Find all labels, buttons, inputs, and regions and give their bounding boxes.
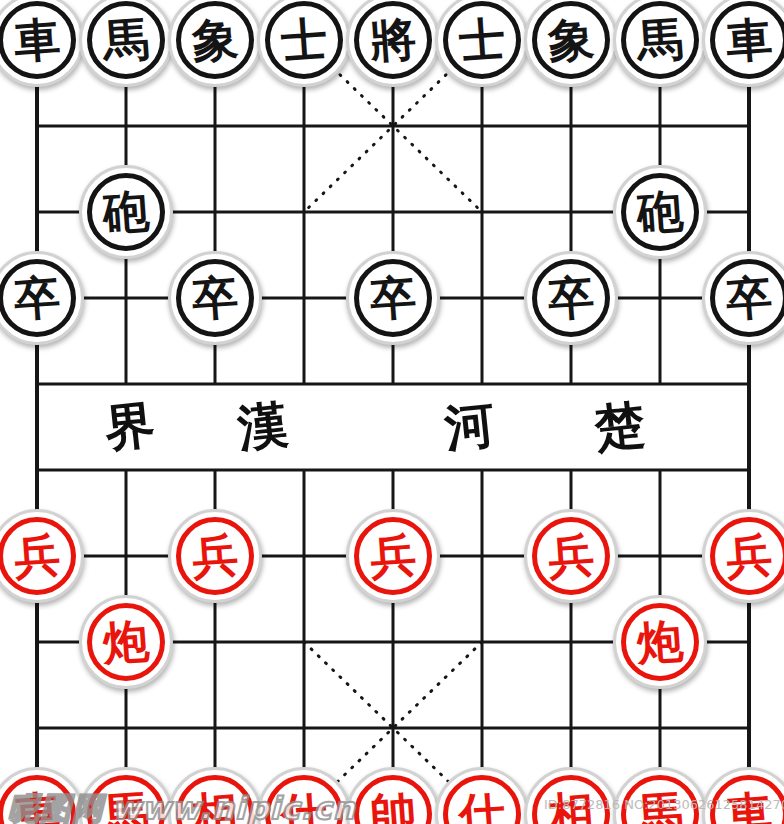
piece-glyph: 兵 [368, 531, 417, 580]
piece-black-horse[interactable]: 馬 [79, 0, 173, 87]
piece-black-soldier[interactable]: 卒 [346, 251, 440, 345]
piece-red-horse[interactable]: 馬 [79, 767, 173, 824]
piece-glyph: 車 [12, 789, 61, 824]
piece-black-chariot[interactable]: 車 [0, 0, 84, 87]
piece-glyph: 車 [724, 789, 773, 824]
piece-glyph: 馬 [635, 15, 684, 64]
piece-glyph: 仕 [457, 789, 506, 824]
piece-red-soldier[interactable]: 兵 [524, 509, 618, 603]
piece-glyph: 相 [546, 789, 595, 824]
piece-black-cannon[interactable]: 砲 [613, 165, 707, 259]
piece-glyph: 卒 [12, 273, 61, 322]
piece-red-elephant[interactable]: 相 [168, 767, 262, 824]
piece-black-cannon[interactable]: 砲 [79, 165, 173, 259]
piece-black-soldier[interactable]: 卒 [702, 251, 784, 345]
piece-red-chariot[interactable]: 車 [0, 767, 84, 824]
piece-glyph: 將 [368, 15, 417, 64]
piece-glyph: 卒 [724, 273, 773, 322]
piece-red-cannon[interactable]: 炮 [613, 595, 707, 689]
piece-black-elephant[interactable]: 象 [168, 0, 262, 87]
piece-glyph: 馬 [635, 789, 684, 824]
piece-black-soldier[interactable]: 卒 [0, 251, 84, 345]
piece-glyph: 象 [190, 15, 239, 64]
piece-red-advisor[interactable]: 仕 [257, 767, 351, 824]
piece-red-cannon[interactable]: 炮 [79, 595, 173, 689]
piece-red-soldier[interactable]: 兵 [702, 509, 784, 603]
piece-black-general[interactable]: 將 [346, 0, 440, 87]
piece-glyph: 馬 [101, 789, 150, 824]
piece-glyph: 車 [724, 15, 773, 64]
piece-red-general[interactable]: 帥 [346, 767, 440, 824]
piece-black-soldier[interactable]: 卒 [168, 251, 262, 345]
piece-glyph: 仕 [279, 789, 328, 824]
piece-black-chariot[interactable]: 車 [702, 0, 784, 87]
piece-black-elephant[interactable]: 象 [524, 0, 618, 87]
piece-glyph: 砲 [635, 187, 684, 236]
piece-glyph: 兵 [724, 531, 773, 580]
piece-glyph: 士 [279, 15, 328, 64]
piece-black-advisor[interactable]: 士 [435, 0, 529, 87]
piece-glyph: 卒 [546, 273, 595, 322]
piece-red-elephant[interactable]: 相 [524, 767, 618, 824]
piece-glyph: 炮 [635, 617, 684, 666]
piece-glyph: 兵 [190, 531, 239, 580]
piece-glyph: 車 [12, 15, 61, 64]
piece-red-horse[interactable]: 馬 [613, 767, 707, 824]
piece-glyph: 卒 [190, 273, 239, 322]
piece-glyph: 砲 [101, 187, 150, 236]
piece-black-advisor[interactable]: 士 [257, 0, 351, 87]
piece-black-horse[interactable]: 馬 [613, 0, 707, 87]
piece-glyph: 相 [190, 789, 239, 824]
piece-red-soldier[interactable]: 兵 [0, 509, 84, 603]
board-pieces-grid: 車馬象士將士象馬車砲砲卒卒卒卒卒兵兵兵兵兵炮炮車馬相仕帥仕相馬車 [0, 0, 784, 824]
piece-glyph: 象 [546, 15, 595, 64]
piece-black-soldier[interactable]: 卒 [524, 251, 618, 345]
piece-red-advisor[interactable]: 仕 [435, 767, 529, 824]
xiangqi-board-image: 車馬象士將士象馬車砲砲卒卒卒卒卒兵兵兵兵兵炮炮車馬相仕帥仕相馬車 界漢河楚 昵图… [0, 0, 784, 824]
piece-glyph: 卒 [368, 273, 417, 322]
piece-red-soldier[interactable]: 兵 [346, 509, 440, 603]
piece-glyph: 帥 [368, 789, 417, 824]
piece-glyph: 兵 [546, 531, 595, 580]
piece-glyph: 兵 [12, 531, 61, 580]
piece-glyph: 炮 [101, 617, 150, 666]
piece-red-soldier[interactable]: 兵 [168, 509, 262, 603]
piece-red-chariot[interactable]: 車 [702, 767, 784, 824]
piece-glyph: 士 [457, 15, 506, 64]
piece-glyph: 馬 [101, 15, 150, 64]
